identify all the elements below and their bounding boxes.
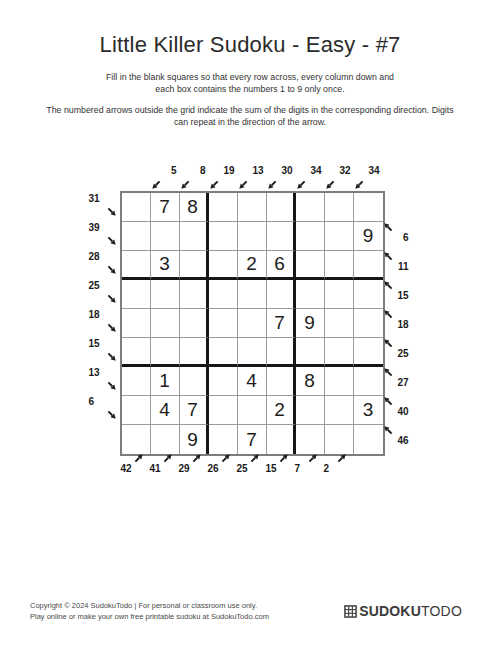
clue-right-row4: 15 — [381, 278, 415, 307]
clue-sum: 6 — [89, 396, 95, 407]
cell-r8c6: 2 — [267, 396, 296, 425]
clue-sum: 6 — [403, 232, 409, 243]
cell-r4c9[interactable] — [354, 280, 383, 309]
given-digit: 4 — [246, 370, 257, 392]
clue-right-row8: 40 — [381, 394, 415, 423]
given-digit: 2 — [274, 399, 285, 421]
clue-sum: 2 — [324, 463, 330, 474]
cell-r1c8[interactable] — [325, 193, 354, 222]
cell-r5c1[interactable] — [122, 309, 151, 338]
cell-r8c2: 4 — [151, 396, 180, 425]
arrow-down-right-icon — [106, 264, 117, 275]
cell-r4c2[interactable] — [151, 280, 180, 309]
cell-r5c3[interactable] — [180, 309, 209, 338]
given-digit: 9 — [304, 312, 315, 334]
cell-r6c7[interactable] — [296, 338, 325, 367]
footer-line2: Play online or make your own free printa… — [30, 612, 269, 623]
given-digit: 3 — [363, 399, 374, 421]
clue-sum: 46 — [397, 435, 408, 446]
clue-sum: 13 — [252, 165, 263, 176]
cell-r9c9[interactable] — [354, 425, 383, 454]
arrow-up-right-icon — [307, 453, 318, 464]
given-digit: 1 — [159, 370, 170, 392]
cell-r7c9[interactable] — [354, 367, 383, 396]
cell-r9c7[interactable] — [296, 425, 325, 454]
clue-bottom-col1: 42 — [120, 452, 149, 486]
clue-bottom-col7: 7 — [294, 452, 323, 486]
cell-r1c2: 7 — [151, 193, 180, 222]
clue-sum: 29 — [179, 463, 190, 474]
given-digit: 9 — [187, 429, 198, 451]
clue-right-row7: 27 — [381, 365, 415, 394]
given-digit: 7 — [187, 399, 198, 421]
clue-left-row8: 6 — [86, 394, 120, 423]
cell-r7c2: 1 — [151, 367, 180, 396]
cell-r3c6: 6 — [267, 251, 296, 280]
arrow-down-left-icon — [238, 179, 249, 190]
clue-sum: 28 — [89, 251, 100, 262]
clue-right-row6: 25 — [381, 336, 415, 365]
arrow-up-right-icon — [191, 453, 202, 464]
cell-r3c5: 2 — [238, 251, 267, 280]
cell-r1c6[interactable] — [267, 193, 296, 222]
cell-r9c8[interactable] — [325, 425, 354, 454]
given-digit: 7 — [274, 312, 285, 334]
cell-r6c6[interactable] — [267, 338, 296, 367]
little-killer-puzzle: 78932679148472397 5819133034323431392825… — [86, 158, 415, 486]
clue-top-col9: 34 — [352, 158, 381, 191]
given-digit: 8 — [304, 370, 315, 392]
cell-r1c7[interactable] — [296, 193, 325, 222]
clue-bottom-col6: 15 — [265, 452, 294, 486]
given-digit: 6 — [274, 253, 285, 275]
arrow-down-left-icon — [180, 179, 191, 190]
cell-r5c2[interactable] — [151, 309, 180, 338]
cell-r5c6: 7 — [267, 309, 296, 338]
arrow-up-left-icon — [383, 425, 394, 436]
clue-top-col2: 5 — [149, 158, 178, 191]
sudoku-grid-icon — [344, 605, 357, 618]
clue-right-row3: 11 — [381, 249, 415, 278]
cell-r9c3: 9 — [180, 425, 209, 454]
cell-r7c8[interactable] — [325, 367, 354, 396]
clue-sum: 30 — [281, 165, 292, 176]
cell-r5c8[interactable] — [325, 309, 354, 338]
cell-r4c1[interactable] — [122, 280, 151, 309]
cell-r3c2: 3 — [151, 251, 180, 280]
clue-sum: 42 — [121, 463, 132, 474]
cell-r8c7[interactable] — [296, 396, 325, 425]
cell-r6c2[interactable] — [151, 338, 180, 367]
page-title: Little Killer Sudoku - Easy - #7 — [0, 32, 500, 58]
cell-r1c4[interactable] — [209, 193, 238, 222]
cell-r7c1[interactable] — [122, 367, 151, 396]
cell-r7c6[interactable] — [267, 367, 296, 396]
clue-top-col6: 30 — [265, 158, 294, 191]
arrow-up-left-icon — [383, 396, 394, 407]
cell-r3c8[interactable] — [325, 251, 354, 280]
clue-sum: 18 — [89, 309, 100, 320]
clue-top-col5: 13 — [236, 158, 265, 191]
clue-sum: 39 — [89, 222, 100, 233]
clue-sum: 34 — [368, 165, 379, 176]
clue-sum: 25 — [397, 348, 408, 359]
clue-sum: 32 — [339, 165, 350, 176]
cell-r9c6[interactable] — [267, 425, 296, 454]
clue-right-row9: 46 — [381, 423, 415, 452]
cell-r8c4[interactable] — [209, 396, 238, 425]
footer-line1: Copyright © 2024 SudokuTodo | For person… — [30, 601, 269, 612]
cell-r6c1[interactable] — [122, 338, 151, 367]
cell-r2c9: 9 — [354, 222, 383, 251]
cell-r6c5[interactable] — [238, 338, 267, 367]
cell-r2c6[interactable] — [267, 222, 296, 251]
cell-r7c7: 8 — [296, 367, 325, 396]
clue-sum: 31 — [89, 193, 100, 204]
clue-right-row2: 6 — [381, 220, 415, 249]
clue-bottom-col3: 29 — [178, 452, 207, 486]
given-digit: 2 — [246, 253, 257, 275]
clue-sum: 25 — [237, 463, 248, 474]
logo-text-todo: TODO — [421, 603, 462, 619]
given-digit: 7 — [246, 429, 257, 451]
arrow-down-right-icon — [106, 293, 117, 304]
arrow-down-right-icon — [106, 235, 117, 246]
clue-sum: 15 — [266, 463, 277, 474]
arrow-up-right-icon — [220, 453, 231, 464]
given-digit: 8 — [187, 196, 198, 218]
clue-left-row1: 31 — [86, 191, 120, 220]
clue-bottom-col4: 26 — [207, 452, 236, 486]
footer-copyright: Copyright © 2024 SudokuTodo | For person… — [30, 601, 269, 622]
clue-top-col4: 19 — [207, 158, 236, 191]
arrow-down-left-icon — [267, 179, 278, 190]
arrow-down-left-icon — [354, 179, 365, 190]
cell-r5c9[interactable] — [354, 309, 383, 338]
cell-r7c5: 4 — [238, 367, 267, 396]
clue-left-row7: 13 — [86, 365, 120, 394]
cell-r2c8[interactable] — [325, 222, 354, 251]
cell-r5c7: 9 — [296, 309, 325, 338]
cell-r3c4[interactable] — [209, 251, 238, 280]
cell-r8c9: 3 — [354, 396, 383, 425]
logo-text-sudoku: SUDOKU — [359, 603, 421, 619]
given-digit: 9 — [363, 225, 374, 247]
clue-sum: 26 — [208, 463, 219, 474]
clue-sum: 13 — [89, 367, 100, 378]
cell-r3c3[interactable] — [180, 251, 209, 280]
clue-top-col8: 32 — [323, 158, 352, 191]
clue-sum: 40 — [397, 406, 408, 417]
cell-r2c5[interactable] — [238, 222, 267, 251]
clue-bottom-col8: 2 — [323, 452, 352, 486]
cell-r4c4[interactable] — [209, 280, 238, 309]
cell-r5c4[interactable] — [209, 309, 238, 338]
clue-sum: 15 — [89, 338, 100, 349]
cell-r6c4[interactable] — [209, 338, 238, 367]
arrow-up-right-icon — [162, 453, 173, 464]
clue-sum: 8 — [200, 165, 206, 176]
clue-bottom-col5: 25 — [236, 452, 265, 486]
clue-top-col7: 34 — [294, 158, 323, 191]
cell-r9c4[interactable] — [209, 425, 238, 454]
clue-left-row2: 39 — [86, 220, 120, 249]
arrow-down-left-icon — [151, 179, 162, 190]
arrow-up-right-icon — [133, 453, 144, 464]
arrow-up-left-icon — [383, 280, 394, 291]
sudokutodo-logo: SUDOKU TODO — [344, 603, 462, 619]
arrow-down-right-icon — [106, 322, 117, 333]
arrow-down-left-icon — [325, 179, 336, 190]
cell-r1c5[interactable] — [238, 193, 267, 222]
arrow-up-left-icon — [383, 222, 394, 233]
cell-r8c1[interactable] — [122, 396, 151, 425]
cell-r4c6[interactable] — [267, 280, 296, 309]
arrow-up-left-icon — [383, 309, 394, 320]
clue-sum: 34 — [310, 165, 321, 176]
given-digit: 4 — [159, 399, 170, 421]
cell-r6c9[interactable] — [354, 338, 383, 367]
cell-r8c3: 7 — [180, 396, 209, 425]
arrow-up-left-icon — [383, 338, 394, 349]
cell-r3c1[interactable] — [122, 251, 151, 280]
arrow-down-left-icon — [296, 179, 307, 190]
arrow-up-right-icon — [249, 453, 260, 464]
clue-top-col3: 8 — [178, 158, 207, 191]
clue-sum: 5 — [171, 165, 177, 176]
arrow-down-right-icon — [106, 380, 117, 391]
clue-sum: 7 — [295, 463, 301, 474]
cell-r2c1[interactable] — [122, 222, 151, 251]
arrow-up-left-icon — [383, 251, 394, 262]
cell-r1c3: 8 — [180, 193, 209, 222]
clue-sum: 25 — [89, 280, 100, 291]
clue-left-row4: 25 — [86, 278, 120, 307]
given-digit: 7 — [159, 196, 170, 218]
cell-r1c9[interactable] — [354, 193, 383, 222]
cell-r8c5[interactable] — [238, 396, 267, 425]
cell-r9c2[interactable] — [151, 425, 180, 454]
arrow-down-right-icon — [106, 409, 117, 420]
cell-r3c9[interactable] — [354, 251, 383, 280]
clue-sum: 11 — [398, 261, 409, 272]
given-digit: 3 — [159, 253, 170, 275]
cell-r7c4[interactable] — [209, 367, 238, 396]
cell-r3c7[interactable] — [296, 251, 325, 280]
clue-sum: 18 — [397, 319, 408, 330]
cell-r9c5: 7 — [238, 425, 267, 454]
arrow-up-right-icon — [336, 453, 347, 464]
clue-left-row5: 18 — [86, 307, 120, 336]
cell-r8c8[interactable] — [325, 396, 354, 425]
arrow-down-right-icon — [106, 206, 117, 217]
arrow-up-left-icon — [383, 367, 394, 378]
cell-r4c5[interactable] — [238, 280, 267, 309]
instructions-arrow-rule: The numbered arrows outside the grid ind… — [20, 105, 480, 128]
cell-r4c7[interactable] — [296, 280, 325, 309]
clue-bottom-col2: 41 — [149, 452, 178, 486]
clue-sum: 19 — [223, 165, 234, 176]
cell-r1c1[interactable] — [122, 193, 151, 222]
cell-r5c5[interactable] — [238, 309, 267, 338]
cell-r9c1[interactable] — [122, 425, 151, 454]
arrow-up-right-icon — [278, 453, 289, 464]
sudoku-board: 78932679148472397 — [120, 191, 385, 456]
clue-sum: 41 — [150, 463, 161, 474]
cell-r2c4[interactable] — [209, 222, 238, 251]
arrow-down-right-icon — [106, 351, 117, 362]
clue-right-row5: 18 — [381, 307, 415, 336]
cell-r4c8[interactable] — [325, 280, 354, 309]
clue-sum: 27 — [397, 377, 408, 388]
cell-r4c3[interactable] — [180, 280, 209, 309]
instructions-rules: Fill in the blank squares so that every … — [20, 72, 480, 95]
arrow-down-left-icon — [209, 179, 220, 190]
cell-r2c2[interactable] — [151, 222, 180, 251]
clue-sum: 15 — [397, 290, 408, 301]
cell-r2c7[interactable] — [296, 222, 325, 251]
cell-r7c3[interactable] — [180, 367, 209, 396]
cell-r6c3[interactable] — [180, 338, 209, 367]
cell-r6c8[interactable] — [325, 338, 354, 367]
clue-left-row3: 28 — [86, 249, 120, 278]
clue-left-row6: 15 — [86, 336, 120, 365]
cell-r2c3[interactable] — [180, 222, 209, 251]
